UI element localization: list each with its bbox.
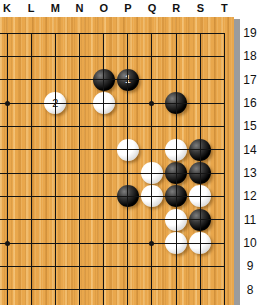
star-point-K10 <box>5 241 10 246</box>
grid-line-column-K <box>7 33 8 305</box>
star-point-K16 <box>5 101 10 106</box>
column-label-N: N <box>76 1 84 15</box>
column-label-R: R <box>172 1 180 15</box>
row-label-19: 19 <box>240 26 260 40</box>
grid-line-column-S <box>200 33 201 305</box>
column-coordinate-strip: KLMNOPQRST <box>0 0 260 17</box>
row-label-15: 15 <box>240 119 260 133</box>
grid-line-row-13 <box>0 173 225 174</box>
row-label-9: 9 <box>240 259 260 273</box>
row-label-16: 16 <box>240 96 260 110</box>
row-label-8: 8 <box>240 283 260 297</box>
go-board[interactable]: 12 <box>0 17 234 305</box>
grid-line-column-M <box>55 33 56 305</box>
column-label-T: T <box>221 1 228 15</box>
column-label-L: L <box>28 1 35 15</box>
row-label-14: 14 <box>240 143 260 157</box>
grid-line-column-O <box>103 33 104 305</box>
grid-line-row-11 <box>0 219 225 220</box>
row-label-13: 13 <box>240 166 260 180</box>
column-label-M: M <box>51 1 60 15</box>
row-label-12: 12 <box>240 189 260 203</box>
row-label-10: 10 <box>240 236 260 250</box>
column-label-K: K <box>3 1 11 15</box>
grid-line-row-8 <box>0 289 225 290</box>
grid-line-column-Q <box>151 33 152 305</box>
grid-line-column-P <box>127 33 128 305</box>
grid-line-row-15 <box>0 126 225 127</box>
grid-line-row-10 <box>0 243 225 244</box>
grid-line-column-N <box>79 33 80 305</box>
grid-line-column-L <box>31 33 32 305</box>
row-label-18: 18 <box>240 49 260 63</box>
grid-line-row-16 <box>0 103 225 104</box>
go-app-window: KLMNOPQRST 12 1918171615141312111098 <box>0 0 260 305</box>
grid-line-row-9 <box>0 266 225 267</box>
row-coordinate-strip: 1918171615141312111098 <box>240 0 260 305</box>
column-label-S: S <box>197 1 204 15</box>
grid-line-row-14 <box>0 149 225 150</box>
grid-line-column-T <box>224 33 225 305</box>
column-label-O: O <box>99 1 108 15</box>
column-label-P: P <box>124 1 131 15</box>
column-label-Q: Q <box>148 1 157 15</box>
row-label-11: 11 <box>240 213 260 227</box>
grid-line-row-12 <box>0 196 225 197</box>
row-label-17: 17 <box>240 73 260 87</box>
grid-line-row-19 <box>0 33 225 34</box>
grid-line-column-R <box>176 33 177 305</box>
grid-line-row-17 <box>0 79 225 80</box>
stone-grid: 12 <box>0 21 236 301</box>
grid-line-row-18 <box>0 56 225 57</box>
